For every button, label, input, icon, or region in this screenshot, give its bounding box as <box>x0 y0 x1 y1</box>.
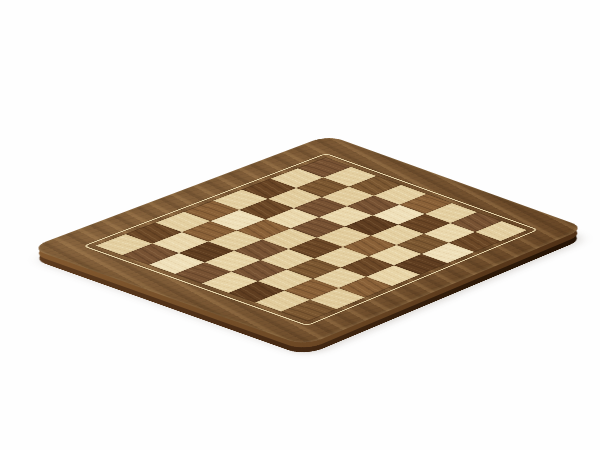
product-photo <box>0 0 600 450</box>
chessboard <box>29 135 586 346</box>
